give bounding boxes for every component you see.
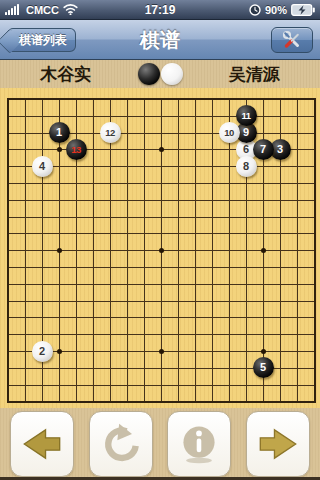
stone-move-4: 4 bbox=[32, 156, 53, 177]
star-point bbox=[261, 349, 266, 354]
white-player-name: 吴清源 bbox=[189, 63, 320, 86]
stone-move-1: 1 bbox=[49, 122, 70, 143]
player-color-indicator bbox=[132, 63, 189, 85]
move-number: 6 bbox=[243, 144, 249, 155]
star-point bbox=[57, 349, 62, 354]
white-stone-icon bbox=[161, 63, 183, 85]
undo-reset-button[interactable] bbox=[89, 411, 153, 477]
move-number: 3 bbox=[277, 144, 283, 155]
stone-move-7: 7 bbox=[253, 139, 274, 160]
right-arrow-icon bbox=[255, 426, 301, 462]
status-bar: CMCC 17:19 90% bbox=[0, 0, 320, 20]
move-number: 5 bbox=[260, 362, 266, 373]
move-number: 8 bbox=[243, 161, 249, 172]
info-button[interactable] bbox=[167, 411, 231, 477]
move-number: 7 bbox=[260, 144, 266, 155]
stone-move-8: 8 bbox=[236, 156, 257, 177]
playback-toolbar bbox=[0, 408, 320, 480]
go-board: 12345678910111213 bbox=[0, 88, 320, 408]
back-button[interactable]: 棋谱列表 bbox=[9, 28, 76, 52]
move-number: 13 bbox=[71, 145, 81, 155]
app-screen: CMCC 17:19 90% bbox=[0, 0, 320, 480]
star-point bbox=[159, 248, 164, 253]
black-player-name: 木谷实 bbox=[0, 63, 132, 86]
move-number: 4 bbox=[39, 161, 45, 172]
move-number: 1 bbox=[56, 127, 62, 138]
left-arrow-icon bbox=[19, 426, 65, 462]
star-point bbox=[261, 248, 266, 253]
player-bar: 木谷实 吴清源 bbox=[0, 60, 320, 88]
star-point bbox=[57, 248, 62, 253]
star-point bbox=[57, 147, 62, 152]
move-number: 9 bbox=[243, 127, 249, 138]
black-stone-icon bbox=[138, 63, 160, 85]
move-number: 10 bbox=[224, 128, 234, 138]
stone-move-11: 11 bbox=[236, 105, 257, 126]
star-point bbox=[159, 147, 164, 152]
info-icon bbox=[177, 422, 221, 466]
next-move-button[interactable] bbox=[246, 411, 310, 477]
move-number: 12 bbox=[105, 128, 115, 138]
star-point bbox=[159, 349, 164, 354]
undo-icon bbox=[99, 422, 143, 466]
stone-move-10: 10 bbox=[219, 122, 240, 143]
move-number: 2 bbox=[39, 346, 45, 357]
stone-move-12: 12 bbox=[100, 122, 121, 143]
stone-move-5: 5 bbox=[253, 357, 274, 378]
stone-move-13: 13 bbox=[66, 139, 87, 160]
status-clock-label: 17:19 bbox=[0, 3, 320, 17]
back-button-label: 棋谱列表 bbox=[19, 33, 67, 47]
prev-move-button[interactable] bbox=[10, 411, 74, 477]
tools-button[interactable] bbox=[271, 27, 313, 53]
nav-bar: 棋谱 棋谱列表 bbox=[0, 20, 320, 60]
tools-icon bbox=[281, 29, 303, 51]
stone-move-2: 2 bbox=[32, 341, 53, 362]
move-number: 11 bbox=[241, 111, 250, 121]
